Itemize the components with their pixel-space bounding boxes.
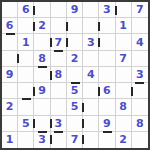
cell-r3c1[interactable] [2,34,18,50]
cell-r6c8[interactable] [116,83,132,99]
cell-r5c6: 4 [83,67,99,83]
cell-r4c6[interactable] [83,51,99,67]
cell-r6c3: 9 [34,83,50,99]
cell-r5c2[interactable] [18,67,34,83]
cell-r6c7: 6 [99,83,115,99]
consecutive-marker-v-r1c2 [33,6,35,15]
cell-r8c9: 8 [132,116,148,132]
cell-r2c1: 6 [2,18,18,34]
cell-r3c6: 3 [83,34,99,50]
cell-r7c2[interactable] [18,99,34,115]
cell-r1c6[interactable] [83,2,99,18]
cell-r1c4[interactable] [51,2,67,18]
cell-r1c3[interactable] [34,2,50,18]
cell-r4c3: 8 [34,51,50,67]
cell-r9c1: 1 [2,132,18,148]
cell-r8c4: 3 [51,116,67,132]
consecutive-marker-h-r2c1 [6,33,15,35]
cell-r1c5: 9 [67,2,83,18]
cell-r4c1[interactable] [2,51,18,67]
consecutive-marker-v-r6c8 [131,87,133,96]
cell-r9c3: 3 [34,132,50,148]
cell-r4c5: 2 [67,51,83,67]
sudoku-grid: 69376211734827984395625853981372 [2,2,148,148]
cell-r9c5: 7 [67,132,83,148]
cell-r6c2[interactable] [18,83,34,99]
cell-r4c7[interactable] [99,51,115,67]
cell-r4c9[interactable] [132,51,148,67]
consecutive-marker-h-r8c7 [103,131,112,133]
consecutive-marker-v-r1c7 [115,6,117,15]
cell-r8c1[interactable] [2,116,18,132]
cell-r4c2[interactable] [18,51,34,67]
cell-r3c9: 4 [132,34,148,50]
consecutive-marker-v-r8c2 [33,119,35,128]
cell-r8c2: 5 [18,116,34,132]
consecutive-marker-v-r3c6 [98,38,100,47]
cell-r6c4[interactable] [51,83,67,99]
cell-r8c5[interactable] [67,116,83,132]
consecutive-marker-v-r8c3 [50,119,52,128]
cell-r8c6[interactable] [83,116,99,132]
cell-r5c1: 9 [2,67,18,83]
consecutive-marker-h-r3c4 [54,50,63,52]
cell-r8c7: 9 [99,116,115,132]
cell-r5c9: 3 [132,67,148,83]
consecutive-marker-v-r8c5 [82,119,84,128]
cell-r7c8: 8 [116,99,132,115]
consecutive-marker-v-r7c5 [82,103,84,112]
cell-r1c7: 3 [99,2,115,18]
cell-r5c7[interactable] [99,67,115,83]
cell-r9c2[interactable] [18,132,34,148]
consecutive-marker-h-r5c9 [135,82,144,84]
cell-r2c7[interactable] [99,18,115,34]
cell-r1c9: 7 [132,2,148,18]
cell-r9c6[interactable] [83,132,99,148]
consecutive-marker-v-r3c3 [50,38,52,47]
consecutive-marker-v-r5c3 [50,71,52,80]
sudoku-board: 69376211734827984395625853981372 [0,0,150,150]
consecutive-marker-v-r9c5 [82,135,84,144]
consecutive-marker-v-r6c6 [98,87,100,96]
cell-r4c8: 7 [116,51,132,67]
cell-r3c3[interactable] [34,34,50,50]
cell-r3c8[interactable] [116,34,132,50]
cell-r3c7[interactable] [99,34,115,50]
consecutive-marker-v-r6c2 [33,87,35,96]
cell-r2c2[interactable] [18,18,34,34]
cell-r8c8[interactable] [116,116,132,132]
consecutive-marker-v-r9c3 [50,135,52,144]
cell-r5c5[interactable] [67,67,83,83]
cell-r2c4[interactable] [51,18,67,34]
cell-r7c7[interactable] [99,99,115,115]
cell-r7c6[interactable] [83,99,99,115]
cell-r7c5: 5 [67,99,83,115]
consecutive-marker-v-r4c1 [17,54,19,63]
cell-r5c4: 8 [51,67,67,83]
consecutive-marker-h-r8c3 [38,131,47,133]
cell-r3c4: 7 [51,34,67,50]
cell-r6c5: 5 [67,83,83,99]
cell-r2c3: 2 [34,18,50,34]
cell-r5c8[interactable] [116,67,132,83]
consecutive-marker-h-r8c4 [54,131,63,133]
cell-r9c9[interactable] [132,132,148,148]
cell-r7c4[interactable] [51,99,67,115]
cell-r6c9[interactable] [132,83,148,99]
cell-r1c8[interactable] [116,2,132,18]
consecutive-marker-h-r5c5 [71,82,80,84]
consecutive-marker-v-r2c2 [33,22,35,31]
cell-r9c7[interactable] [99,132,115,148]
cell-r3c5[interactable] [67,34,83,50]
cell-r9c8: 2 [116,132,132,148]
cell-r1c1[interactable] [2,2,18,18]
cell-r2c5[interactable] [67,18,83,34]
cell-r2c6[interactable] [83,18,99,34]
cell-r6c1[interactable] [2,83,18,99]
consecutive-marker-v-r2c4 [66,22,68,31]
cell-r2c9[interactable] [132,18,148,34]
consecutive-marker-h-r6c2 [22,98,31,100]
cell-r9c4[interactable] [51,132,67,148]
cell-r7c1: 2 [2,99,18,115]
cell-r8c3[interactable] [34,116,50,132]
cell-r3c2: 1 [18,34,34,50]
consecutive-marker-v-r3c4 [66,38,68,47]
cell-r4c4[interactable] [51,51,67,67]
cell-r7c9[interactable] [132,99,148,115]
cell-r6c6[interactable] [83,83,99,99]
cell-r1c2: 6 [18,2,34,18]
cell-r7c3[interactable] [34,99,50,115]
consecutive-marker-h-r4c3 [38,66,47,68]
cell-r5c3[interactable] [34,67,50,83]
consecutive-marker-v-r2c6 [98,22,100,31]
cell-r2c8: 1 [116,18,132,34]
